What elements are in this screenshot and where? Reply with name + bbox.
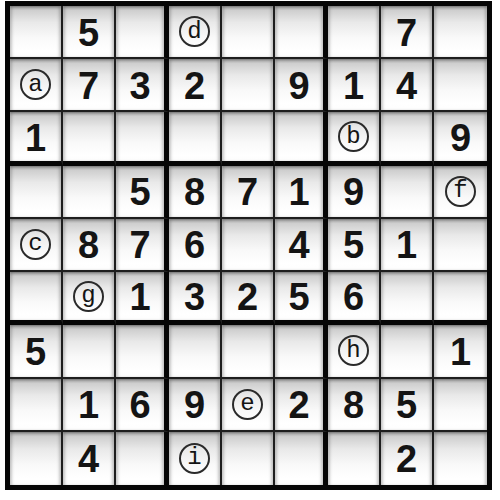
circled-letter: e <box>232 389 263 420</box>
cell-r4c4: 8 <box>169 166 222 219</box>
cell-r5c1: c <box>10 219 63 272</box>
given-digit: 3 <box>184 276 205 316</box>
cell-r6c2: g <box>63 272 116 325</box>
given-digit: 2 <box>288 384 309 424</box>
given-digit: 5 <box>343 224 364 264</box>
given-digit: 7 <box>78 65 99 105</box>
cell-r3c6 <box>275 112 328 165</box>
circled-letter: i <box>179 443 210 474</box>
cell-r4c3: 5 <box>116 166 169 219</box>
cell-r3c7: b <box>328 112 381 165</box>
cell-r2c8: 4 <box>381 59 434 112</box>
cell-r4c7: 9 <box>328 166 381 219</box>
cell-r8c2: 1 <box>63 379 116 432</box>
cell-r2c6: 9 <box>275 59 328 112</box>
cell-r2c1: a <box>10 59 63 112</box>
given-digit: 1 <box>78 384 99 424</box>
cell-r5c5 <box>222 219 275 272</box>
cell-r6c6: 5 <box>275 272 328 325</box>
circled-letter: a <box>20 69 51 100</box>
circled-letter: f <box>445 176 476 207</box>
cell-r3c9: 9 <box>434 112 487 165</box>
cell-r7c7: h <box>328 325 381 378</box>
cell-r1c8: 7 <box>381 6 434 59</box>
given-digit: 9 <box>343 171 364 211</box>
cell-r9c4: i <box>169 432 222 485</box>
cell-r8c9 <box>434 379 487 432</box>
given-digit: 2 <box>184 65 205 105</box>
given-digit: 1 <box>288 171 309 211</box>
cell-r6c5: 2 <box>222 272 275 325</box>
cell-r9c8: 2 <box>381 432 434 485</box>
given-digit: 8 <box>78 224 99 264</box>
given-digit: 4 <box>78 438 99 478</box>
cell-r5c7: 5 <box>328 219 381 272</box>
cell-r9c7 <box>328 432 381 485</box>
cell-r1c9 <box>434 6 487 59</box>
cell-r7c6 <box>275 325 328 378</box>
cell-r4c9: f <box>434 166 487 219</box>
given-digit: 1 <box>396 224 417 264</box>
cell-r3c2 <box>63 112 116 165</box>
given-digit: 3 <box>129 65 150 105</box>
cell-r6c9 <box>434 272 487 325</box>
cell-r2c9 <box>434 59 487 112</box>
cell-r4c5: 7 <box>222 166 275 219</box>
cell-r9c9 <box>434 432 487 485</box>
cell-r9c6 <box>275 432 328 485</box>
given-digit: 1 <box>450 331 471 371</box>
given-digit: 9 <box>184 384 205 424</box>
cell-r7c3 <box>116 325 169 378</box>
circled-letter: b <box>338 121 369 152</box>
cell-r7c1: 5 <box>10 325 63 378</box>
given-digit: 1 <box>129 276 150 316</box>
given-digit: 8 <box>184 171 205 211</box>
given-digit: 5 <box>288 276 309 316</box>
cell-r6c3: 1 <box>116 272 169 325</box>
given-digit: 2 <box>396 438 417 478</box>
cell-r8c8: 5 <box>381 379 434 432</box>
cell-r8c5: e <box>222 379 275 432</box>
sudoku-board: 5d7a7329141b958719fc876451g132565h1169e2… <box>5 1 492 490</box>
cell-r2c7: 1 <box>328 59 381 112</box>
given-digit: 9 <box>450 117 471 157</box>
cell-r5c6: 4 <box>275 219 328 272</box>
given-digit: 5 <box>129 171 150 211</box>
cell-r7c4 <box>169 325 222 378</box>
cell-r1c5 <box>222 6 275 59</box>
given-digit: 8 <box>343 384 364 424</box>
given-digit: 9 <box>288 65 309 105</box>
given-digit: 5 <box>78 12 99 52</box>
given-digit: 6 <box>343 276 364 316</box>
cell-r5c3: 7 <box>116 219 169 272</box>
circled-letter: d <box>179 16 210 47</box>
cell-r6c8 <box>381 272 434 325</box>
cell-r5c4: 6 <box>169 219 222 272</box>
given-digit: 6 <box>129 384 150 424</box>
cell-r7c5 <box>222 325 275 378</box>
given-digit: 7 <box>129 224 150 264</box>
given-digit: 4 <box>396 65 417 105</box>
cell-r4c1 <box>10 166 63 219</box>
cell-r7c9: 1 <box>434 325 487 378</box>
given-digit: 7 <box>237 171 258 211</box>
circled-letter: h <box>338 335 369 366</box>
cell-r4c2 <box>63 166 116 219</box>
cell-r9c3 <box>116 432 169 485</box>
cell-r8c6: 2 <box>275 379 328 432</box>
given-digit: 1 <box>343 65 364 105</box>
cell-r6c1 <box>10 272 63 325</box>
cell-r5c2: 8 <box>63 219 116 272</box>
cell-r3c4 <box>169 112 222 165</box>
cell-r1c7 <box>328 6 381 59</box>
cell-r7c8 <box>381 325 434 378</box>
cell-r9c1 <box>10 432 63 485</box>
cell-r4c8 <box>381 166 434 219</box>
cell-r2c2: 7 <box>63 59 116 112</box>
circled-letter: c <box>20 229 51 260</box>
cell-r4c6: 1 <box>275 166 328 219</box>
cell-r3c5 <box>222 112 275 165</box>
cell-r1c3 <box>116 6 169 59</box>
cell-r1c4: d <box>169 6 222 59</box>
given-digit: 5 <box>25 331 46 371</box>
cell-r5c9 <box>434 219 487 272</box>
cell-r8c7: 8 <box>328 379 381 432</box>
given-digit: 6 <box>184 224 205 264</box>
cell-r2c4: 2 <box>169 59 222 112</box>
given-digit: 2 <box>237 276 258 316</box>
cell-r2c3: 3 <box>116 59 169 112</box>
cell-r1c1 <box>10 6 63 59</box>
cell-r6c4: 3 <box>169 272 222 325</box>
given-digit: 7 <box>396 12 417 52</box>
cell-r6c7: 6 <box>328 272 381 325</box>
cell-r1c2: 5 <box>63 6 116 59</box>
cell-r3c3 <box>116 112 169 165</box>
cell-r3c8 <box>381 112 434 165</box>
cell-r7c2 <box>63 325 116 378</box>
cell-r3c1: 1 <box>10 112 63 165</box>
cell-r8c1 <box>10 379 63 432</box>
cell-r8c4: 9 <box>169 379 222 432</box>
cell-r1c6 <box>275 6 328 59</box>
cell-r5c8: 1 <box>381 219 434 272</box>
given-digit: 5 <box>396 384 417 424</box>
given-digit: 1 <box>25 117 46 157</box>
cell-r8c3: 6 <box>116 379 169 432</box>
cell-r9c5 <box>222 432 275 485</box>
cell-r9c2: 4 <box>63 432 116 485</box>
circled-letter: g <box>73 281 104 312</box>
cell-r2c5 <box>222 59 275 112</box>
given-digit: 4 <box>288 224 309 264</box>
